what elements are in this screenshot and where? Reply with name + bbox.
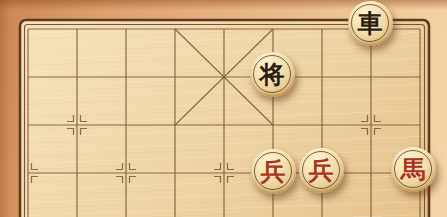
piece-red-soldier-2[interactable]: 兵 [299,148,344,193]
piece-character: 兵 [261,159,286,184]
piece-black-general[interactable]: 将 [250,52,295,97]
piece-character: 兵 [309,158,334,183]
piece-character: 将 [260,62,285,87]
piece-black-chariot[interactable]: 車 [348,1,393,46]
xiangqi-board: 車将兵兵馬 [0,0,447,217]
piece-red-horse[interactable]: 馬 [391,147,436,192]
piece-character: 馬 [401,157,426,182]
piece-red-soldier-1[interactable]: 兵 [251,149,296,194]
piece-character: 車 [358,11,383,36]
